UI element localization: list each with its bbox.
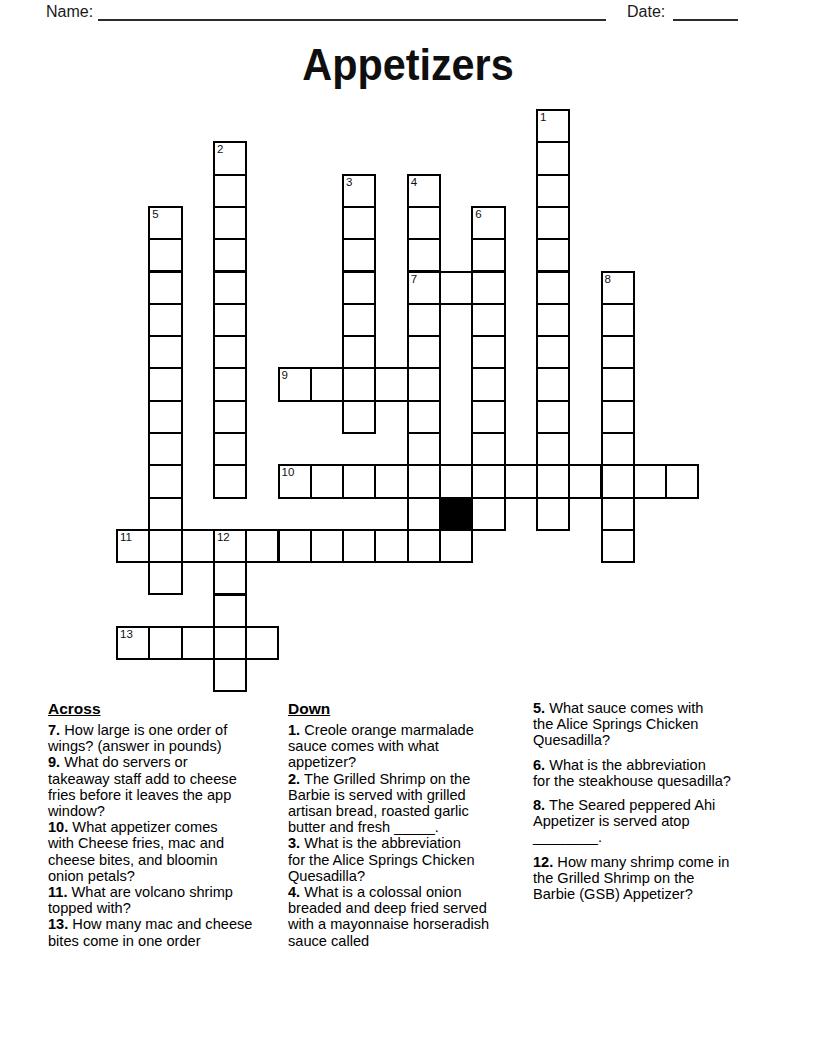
grid-cell[interactable]: [536, 432, 570, 466]
grid-cell[interactable]: [536, 464, 570, 498]
grid-cell[interactable]: [407, 432, 441, 466]
grid-cell[interactable]: [148, 464, 182, 498]
grid-cell[interactable]: [536, 335, 570, 369]
grid-cell[interactable]: [471, 271, 505, 305]
grid-cell[interactable]: [310, 367, 344, 401]
grid-cell[interactable]: [407, 303, 441, 337]
grid-cell[interactable]: [439, 271, 473, 305]
clue-across-9: 9. What do servers or takeaway staff add…: [48, 754, 286, 819]
clue-number: 8: [605, 273, 611, 286]
puzzle-title: Appetizers: [24, 40, 791, 91]
grid-cell[interactable]: [536, 497, 570, 531]
clue-number: 4: [411, 176, 417, 189]
date-blank-line[interactable]: [673, 19, 738, 21]
clue-down-6: 6. What is the abbreviation for the stea…: [533, 757, 769, 789]
clue-down-4: 4. What is a colossal onion breaded and …: [288, 884, 524, 949]
grid-cell[interactable]: [601, 529, 635, 563]
name-blank-line[interactable]: [98, 19, 606, 21]
grid-cell[interactable]: [213, 238, 247, 272]
grid-cell[interactable]: [601, 303, 635, 337]
grid-cell[interactable]: [342, 464, 376, 498]
grid-cell[interactable]: [407, 238, 441, 272]
grid-cell[interactable]: [504, 464, 538, 498]
grid-cell[interactable]: [374, 464, 408, 498]
grid-cell[interactable]: [278, 529, 312, 563]
crossword-worksheet: Name: Date: Appetizers 12345678910111213…: [0, 0, 816, 1056]
grid-cell[interactable]: [342, 400, 376, 434]
grid-cell[interactable]: [213, 367, 247, 401]
grid-cell[interactable]: [148, 432, 182, 466]
grid-cell[interactable]: [407, 206, 441, 240]
grid-cell[interactable]: [471, 238, 505, 272]
down-clues-column-2: 5. What sauce comes with the Alice Sprin…: [533, 700, 769, 902]
clue-down-5: 5. What sauce comes with the Alice Sprin…: [533, 700, 769, 749]
grid-cell[interactable]: [213, 432, 247, 466]
grid-cell[interactable]: [536, 206, 570, 240]
crossword-grid[interactable]: 12345678910111213: [117, 110, 699, 692]
grid-cell[interactable]: [407, 335, 441, 369]
grid-cell[interactable]: [181, 626, 215, 660]
grid-cell[interactable]: [213, 464, 247, 498]
grid-cell[interactable]: [471, 400, 505, 434]
grid-cell[interactable]: [342, 367, 376, 401]
grid-cell[interactable]: [148, 303, 182, 337]
grid-cell[interactable]: 13: [116, 626, 150, 660]
grid-cell[interactable]: [213, 271, 247, 305]
grid-cell[interactable]: [213, 626, 247, 660]
grid-cell[interactable]: [536, 400, 570, 434]
grid-cell[interactable]: [601, 335, 635, 369]
clue-number: 12: [217, 531, 230, 544]
clue-number: 2: [217, 143, 223, 156]
grid-cell[interactable]: [374, 367, 408, 401]
grid-cell[interactable]: 8: [601, 271, 635, 305]
grid-cell[interactable]: [471, 432, 505, 466]
grid-cell[interactable]: [471, 464, 505, 498]
grid-cell[interactable]: [213, 561, 247, 595]
clue-down-2: 2. The Grilled Shrimp on the Barbie is s…: [288, 771, 524, 836]
grid-cell[interactable]: [374, 529, 408, 563]
clue-down-8: 8. The Seared peppered Ahi Appetizer is …: [533, 797, 769, 846]
grid-cell[interactable]: [536, 367, 570, 401]
grid-cell[interactable]: [213, 335, 247, 369]
grid-cell[interactable]: [536, 238, 570, 272]
across-clues-column: Across 7. How large is one order of wing…: [48, 700, 286, 949]
clue-number: 7: [411, 273, 417, 286]
grid-cell[interactable]: [601, 400, 635, 434]
clue-number: 3: [346, 176, 352, 189]
grid-cell[interactable]: 6: [471, 206, 505, 240]
clue-across-7: 7. How large is one order of wings? (ans…: [48, 722, 286, 754]
grid-cell[interactable]: [601, 464, 635, 498]
clue-number: 13: [120, 628, 133, 641]
clue-down-1: 1. Creole orange marmalade sauce comes w…: [288, 722, 524, 771]
grid-cell[interactable]: [213, 174, 247, 208]
grid-cell[interactable]: [407, 497, 441, 531]
clue-number: 11: [120, 531, 132, 544]
grid-cell[interactable]: [471, 497, 505, 531]
down-header: Down: [288, 700, 524, 717]
grid-cell[interactable]: 5: [148, 206, 182, 240]
grid-cell[interactable]: [407, 529, 441, 563]
grid-cell[interactable]: [601, 367, 635, 401]
clue-number: 5: [152, 208, 158, 221]
grid-cell[interactable]: [601, 432, 635, 466]
grid-cell[interactable]: [536, 141, 570, 175]
grid-cell[interactable]: [148, 271, 182, 305]
grid-cell[interactable]: [665, 464, 699, 498]
grid-cell[interactable]: 7: [407, 271, 441, 305]
grid-cell[interactable]: 1: [536, 109, 570, 143]
grid-cell[interactable]: [342, 335, 376, 369]
clue-across-13: 13. How many mac and cheese bites come i…: [48, 916, 286, 948]
clue-across-10: 10. What appetizer comes with Cheese fri…: [48, 819, 286, 884]
grid-cell[interactable]: [407, 367, 441, 401]
name-label: Name:: [46, 3, 93, 21]
grid-cell[interactable]: 3: [342, 174, 376, 208]
clue-number: 6: [475, 208, 481, 221]
grid-cell[interactable]: 11: [116, 529, 150, 563]
grid-cell[interactable]: [439, 529, 473, 563]
clue-number: 10: [282, 466, 295, 479]
grid-cell[interactable]: [342, 303, 376, 337]
grid-cell[interactable]: 12: [213, 529, 247, 563]
grid-cell[interactable]: [148, 626, 182, 660]
across-header: Across: [48, 700, 286, 717]
clue-across-11: 11. What are volcano shrimp topped with?: [48, 884, 286, 916]
clue-down-12: 12. How many shrimp come in the Grilled …: [533, 854, 769, 903]
grid-cell[interactable]: [471, 367, 505, 401]
grid-cell[interactable]: [536, 271, 570, 305]
grid-cell[interactable]: [407, 464, 441, 498]
clue-number: 1: [540, 111, 546, 124]
grid-cell[interactable]: [213, 400, 247, 434]
grid-cell[interactable]: [601, 497, 635, 531]
grid-cell[interactable]: [536, 303, 570, 337]
grid-cell[interactable]: [439, 464, 473, 498]
grid-cell[interactable]: [148, 529, 182, 563]
grid-cell[interactable]: [148, 367, 182, 401]
grid-cell[interactable]: [568, 464, 602, 498]
grid-cell[interactable]: 2: [213, 141, 247, 175]
grid-cell[interactable]: [310, 529, 344, 563]
date-label: Date:: [627, 3, 665, 21]
grid-cell[interactable]: [245, 529, 279, 563]
grid-cell[interactable]: [471, 303, 505, 337]
grid-cell[interactable]: [342, 238, 376, 272]
grid-cell[interactable]: 10: [278, 464, 312, 498]
grid-cell[interactable]: [213, 206, 247, 240]
grid-cell[interactable]: 4: [407, 174, 441, 208]
black-cell: [439, 497, 473, 531]
grid-cell[interactable]: [245, 626, 279, 660]
grid-cell[interactable]: [213, 303, 247, 337]
grid-cell[interactable]: [213, 594, 247, 628]
grid-cell[interactable]: 9: [278, 367, 312, 401]
grid-cell[interactable]: [471, 335, 505, 369]
clue-number: 9: [282, 369, 288, 382]
grid-cell[interactable]: [148, 561, 182, 595]
grid-cell[interactable]: [148, 400, 182, 434]
grid-cell[interactable]: [213, 658, 247, 692]
grid-cell[interactable]: [148, 238, 182, 272]
grid-cell[interactable]: [342, 271, 376, 305]
grid-cell[interactable]: [148, 335, 182, 369]
grid-cell[interactable]: [633, 464, 667, 498]
grid-cell[interactable]: [342, 529, 376, 563]
grid-cell[interactable]: [310, 464, 344, 498]
grid-cell[interactable]: [342, 206, 376, 240]
grid-cell[interactable]: [181, 529, 215, 563]
down-clues-column-1: Down 1. Creole orange marmalade sauce co…: [288, 700, 524, 949]
clue-down-3: 3. What is the abbreviation for the Alic…: [288, 835, 524, 884]
grid-cell[interactable]: [148, 497, 182, 531]
grid-cell[interactable]: [536, 174, 570, 208]
grid-cell[interactable]: [407, 400, 441, 434]
